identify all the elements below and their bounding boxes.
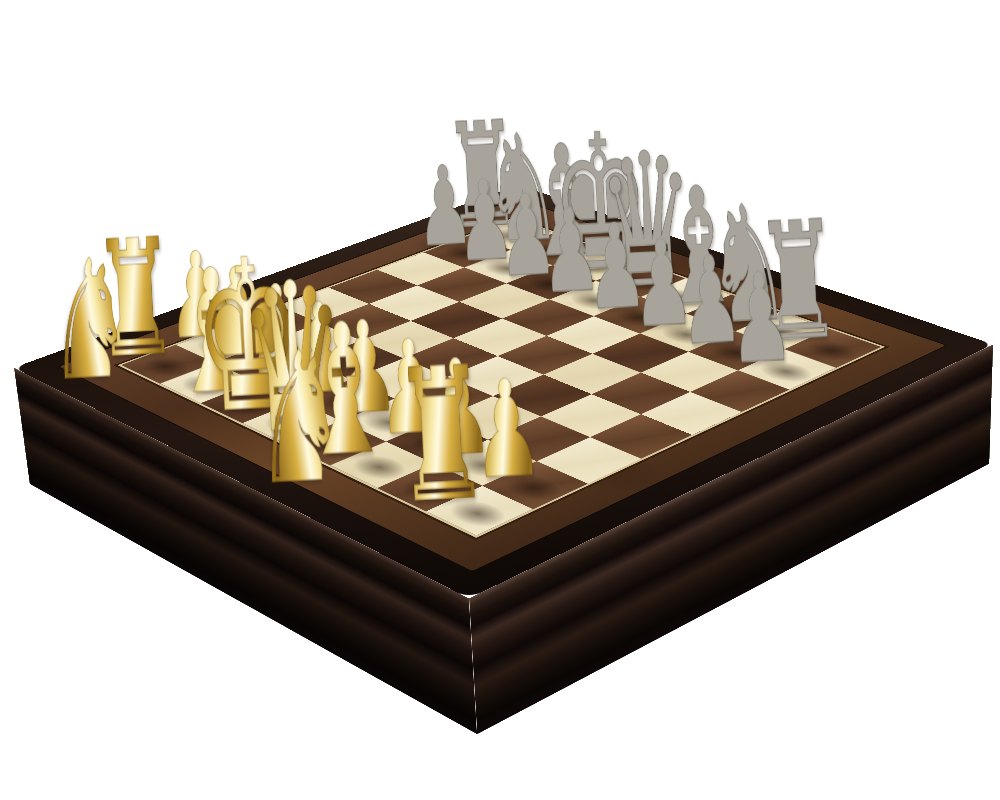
gold-knight-b1[interactable]: ♞ (247, 326, 350, 510)
silver-pawn-a7[interactable]: ♟ (726, 256, 796, 382)
product-photo: ♜♞♝♚♛♝♞♜♟♟♟♟♟♟♟♟♟♟♟♟♟♟♟♟♜♞♝♚♛♝♞♜ (0, 0, 1000, 800)
gold-rook-a1[interactable]: ♜ (390, 343, 494, 529)
scene: ♜♞♝♚♛♝♞♜♟♟♟♟♟♟♟♟♟♟♟♟♟♟♟♟♜♞♝♚♛♝♞♜ (0, 0, 1000, 800)
gold-knight-g1[interactable]: ♞ (42, 236, 136, 404)
chess-board: ♜♞♝♚♛♝♞♜♟♟♟♟♟♟♟♟♟♟♟♟♟♟♟♟♜♞♝♚♛♝♞♜ (14, 185, 993, 598)
